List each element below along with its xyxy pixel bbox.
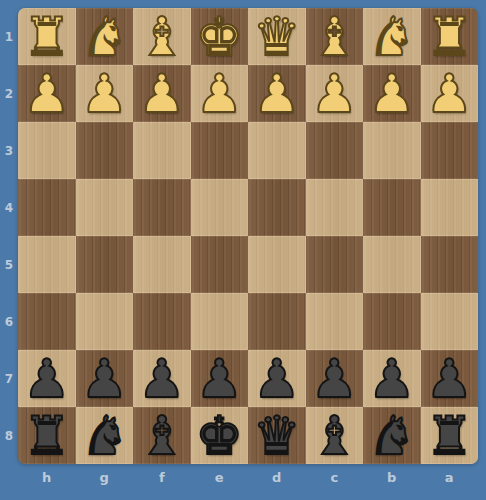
square-c8[interactable]: ♝ — [306, 407, 364, 464]
square-c4[interactable] — [306, 179, 364, 236]
black-pawn[interactable]: ♟ — [133, 350, 191, 407]
rank-label-1: 1 — [0, 8, 18, 65]
square-a4[interactable] — [421, 179, 479, 236]
square-f4[interactable] — [133, 179, 191, 236]
square-g4[interactable] — [76, 179, 134, 236]
chess-app-screen: 12345678 ♜♞♝♚♛♝♞♜♟♟♟♟♟♟♟♟♟♟♟♟♟♟♟♟♜♞♝♚♛♝♞… — [0, 0, 486, 500]
square-b1[interactable]: ♞ — [363, 8, 421, 65]
square-g8[interactable]: ♞ — [76, 407, 134, 464]
black-bishop[interactable]: ♝ — [133, 407, 191, 464]
rank-label-7: 7 — [0, 350, 18, 407]
white-queen[interactable]: ♛ — [248, 8, 306, 65]
square-b6[interactable] — [363, 293, 421, 350]
square-b4[interactable] — [363, 179, 421, 236]
black-pawn[interactable]: ♟ — [421, 350, 479, 407]
square-c2[interactable]: ♟ — [306, 65, 364, 122]
white-pawn[interactable]: ♟ — [363, 65, 421, 122]
square-g1[interactable]: ♞ — [76, 8, 134, 65]
black-pawn[interactable]: ♟ — [306, 350, 364, 407]
black-queen[interactable]: ♛ — [248, 407, 306, 464]
square-g5[interactable] — [76, 236, 134, 293]
file-label-d: d — [248, 463, 306, 491]
square-b2[interactable]: ♟ — [363, 65, 421, 122]
white-pawn[interactable]: ♟ — [306, 65, 364, 122]
square-f8[interactable]: ♝ — [133, 407, 191, 464]
black-bishop[interactable]: ♝ — [306, 407, 364, 464]
white-pawn[interactable]: ♟ — [248, 65, 306, 122]
rank-label-2: 2 — [0, 65, 18, 122]
black-knight[interactable]: ♞ — [363, 407, 421, 464]
file-label-a: a — [421, 463, 479, 491]
square-d1[interactable]: ♛ — [248, 8, 306, 65]
white-king[interactable]: ♚ — [191, 8, 249, 65]
rank-labels: 12345678 — [0, 8, 18, 464]
file-label-f: f — [133, 463, 191, 491]
square-f3[interactable] — [133, 122, 191, 179]
white-pawn[interactable]: ♟ — [421, 65, 479, 122]
square-b5[interactable] — [363, 236, 421, 293]
square-g7[interactable]: ♟ — [76, 350, 134, 407]
white-pawn[interactable]: ♟ — [191, 65, 249, 122]
square-g2[interactable]: ♟ — [76, 65, 134, 122]
white-pawn[interactable]: ♟ — [133, 65, 191, 122]
square-a7[interactable]: ♟ — [421, 350, 479, 407]
black-knight[interactable]: ♞ — [76, 407, 134, 464]
square-b3[interactable] — [363, 122, 421, 179]
square-g6[interactable] — [76, 293, 134, 350]
square-c5[interactable] — [306, 236, 364, 293]
square-a3[interactable] — [421, 122, 479, 179]
square-h4[interactable] — [18, 179, 76, 236]
square-e4[interactable] — [191, 179, 249, 236]
square-d3[interactable] — [248, 122, 306, 179]
square-h3[interactable] — [18, 122, 76, 179]
square-h7[interactable]: ♟ — [18, 350, 76, 407]
rank-label-3: 3 — [0, 122, 18, 179]
square-h1[interactable]: ♜ — [18, 8, 76, 65]
file-label-b: b — [363, 463, 421, 491]
square-e3[interactable] — [191, 122, 249, 179]
black-pawn[interactable]: ♟ — [191, 350, 249, 407]
white-knight[interactable]: ♞ — [363, 8, 421, 65]
rank-label-4: 4 — [0, 179, 18, 236]
white-rook[interactable]: ♜ — [18, 8, 76, 65]
square-a8[interactable]: ♜ — [421, 407, 479, 464]
file-label-g: g — [76, 463, 134, 491]
square-h2[interactable]: ♟ — [18, 65, 76, 122]
black-pawn[interactable]: ♟ — [363, 350, 421, 407]
square-c7[interactable]: ♟ — [306, 350, 364, 407]
black-rook[interactable]: ♜ — [421, 407, 479, 464]
square-d6[interactable] — [248, 293, 306, 350]
square-f7[interactable]: ♟ — [133, 350, 191, 407]
square-h6[interactable] — [18, 293, 76, 350]
square-d4[interactable] — [248, 179, 306, 236]
square-a1[interactable]: ♜ — [421, 8, 479, 65]
square-h8[interactable]: ♜ — [18, 407, 76, 464]
square-c3[interactable] — [306, 122, 364, 179]
file-label-e: e — [191, 463, 249, 491]
square-e2[interactable]: ♟ — [191, 65, 249, 122]
square-c6[interactable] — [306, 293, 364, 350]
white-rook[interactable]: ♜ — [421, 8, 479, 65]
board[interactable]: ♜♞♝♚♛♝♞♜♟♟♟♟♟♟♟♟♟♟♟♟♟♟♟♟♜♞♝♚♛♝♞♜ — [18, 8, 478, 464]
white-bishop[interactable]: ♝ — [133, 8, 191, 65]
square-e6[interactable] — [191, 293, 249, 350]
rank-label-5: 5 — [0, 236, 18, 293]
square-e1[interactable]: ♚ — [191, 8, 249, 65]
square-b7[interactable]: ♟ — [363, 350, 421, 407]
black-pawn[interactable]: ♟ — [18, 350, 76, 407]
file-label-h: h — [18, 463, 76, 491]
white-pawn[interactable]: ♟ — [18, 65, 76, 122]
black-king[interactable]: ♚ — [191, 407, 249, 464]
black-rook[interactable]: ♜ — [18, 407, 76, 464]
square-d5[interactable] — [248, 236, 306, 293]
square-h5[interactable] — [18, 236, 76, 293]
square-e5[interactable] — [191, 236, 249, 293]
square-d8[interactable]: ♛ — [248, 407, 306, 464]
white-pawn[interactable]: ♟ — [76, 65, 134, 122]
square-c1[interactable]: ♝ — [306, 8, 364, 65]
white-knight[interactable]: ♞ — [76, 8, 134, 65]
square-d7[interactable]: ♟ — [248, 350, 306, 407]
square-e7[interactable]: ♟ — [191, 350, 249, 407]
square-f5[interactable] — [133, 236, 191, 293]
square-g3[interactable] — [76, 122, 134, 179]
file-labels: hgfedcba — [18, 463, 478, 491]
black-pawn[interactable]: ♟ — [76, 350, 134, 407]
square-d2[interactable]: ♟ — [248, 65, 306, 122]
square-a6[interactable] — [421, 293, 479, 350]
file-label-c: c — [306, 463, 364, 491]
square-a5[interactable] — [421, 236, 479, 293]
rank-label-8: 8 — [0, 407, 18, 464]
rank-label-6: 6 — [0, 293, 18, 350]
square-f2[interactable]: ♟ — [133, 65, 191, 122]
square-f6[interactable] — [133, 293, 191, 350]
black-pawn[interactable]: ♟ — [248, 350, 306, 407]
square-b8[interactable]: ♞ — [363, 407, 421, 464]
square-f1[interactable]: ♝ — [133, 8, 191, 65]
square-e8[interactable]: ♚ — [191, 407, 249, 464]
white-bishop[interactable]: ♝ — [306, 8, 364, 65]
square-a2[interactable]: ♟ — [421, 65, 479, 122]
